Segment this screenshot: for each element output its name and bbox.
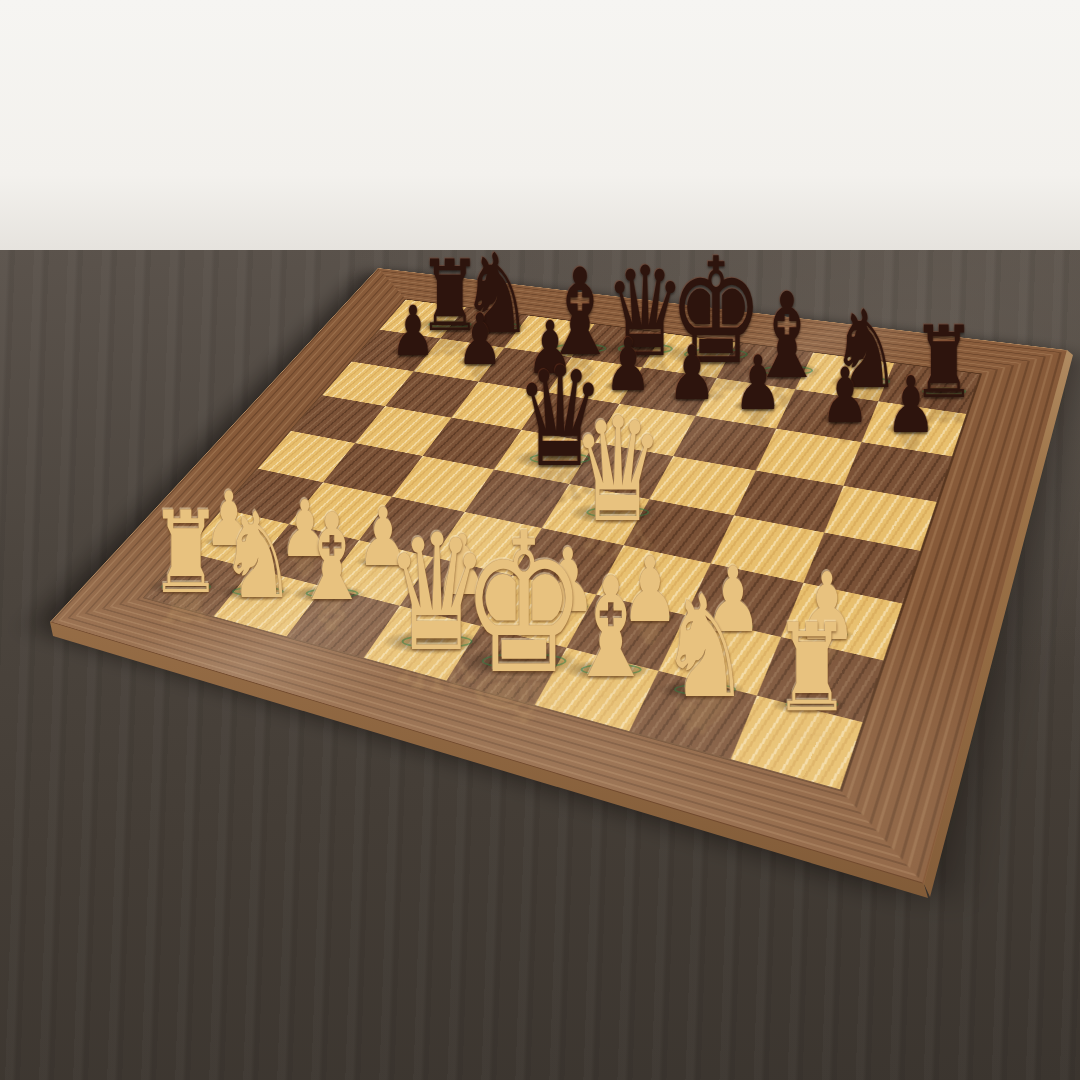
chess-set-photo: ♜♜♞♞♝♝♛♛♚♚♝♝♞♞♜♜♟♟♟♟♟♟♟♟♟♟♟♟♟♟♟♟♛♛♜♜♞♞♝♝… [0, 0, 1080, 1080]
bishop-glyph: ♝ [293, 498, 370, 618]
rook-glyph: ♜ [150, 497, 223, 610]
knight-glyph: ♞ [659, 577, 750, 718]
pawn-glyph: ♟ [734, 346, 782, 421]
pieces-layer: ♜♜♞♞♝♝♛♛♚♚♝♝♞♞♜♜♟♟♟♟♟♟♟♟♟♟♟♟♟♟♟♟♛♛♜♜♞♞♝♝… [0, 0, 1080, 1080]
pawn-glyph: ♟ [820, 358, 869, 434]
rook-glyph: ♜ [773, 608, 851, 729]
pawn-glyph: ♟ [668, 336, 716, 411]
pawn-glyph: ♟ [457, 304, 503, 375]
pawn-glyph: ♟ [886, 366, 936, 444]
bishop-glyph: ♝ [566, 560, 655, 698]
knight-glyph: ♞ [220, 497, 297, 616]
pawn-glyph: ♟ [391, 297, 436, 366]
